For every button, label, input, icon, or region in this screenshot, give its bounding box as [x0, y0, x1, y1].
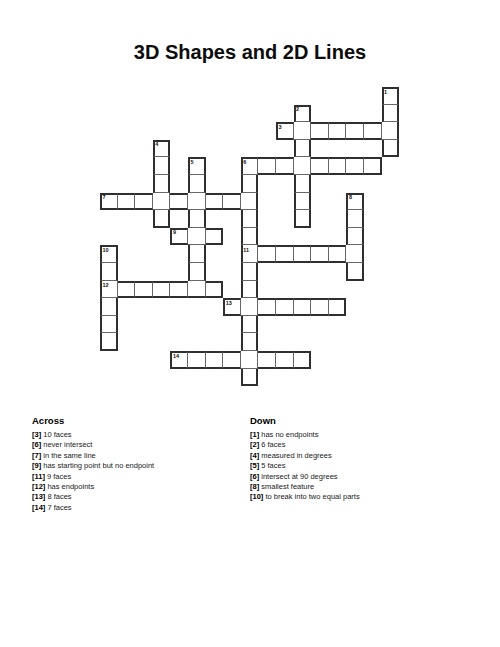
grid-cell-8-14[interactable]: [346, 228, 364, 246]
grid-cell-16-8[interactable]: [241, 369, 259, 387]
across-clues-section: Across [3] 10 faces[6] never intersect[7…: [32, 415, 242, 513]
grid-cell-9-0[interactable]: [100, 245, 118, 263]
grid-cell-12-7[interactable]: [223, 298, 241, 316]
grid-cell-11-0[interactable]: [100, 281, 118, 299]
grid-cell-3-11[interactable]: [294, 140, 312, 158]
grid-cell-11-8[interactable]: [241, 281, 259, 299]
down-clue-10: [10] to break into two equal parts: [250, 492, 480, 502]
across-clue-list: [3] 10 faces[6] never intersect[7] in th…: [32, 430, 242, 513]
down-clue-6: [6] intersect at 90 degrees: [250, 472, 480, 482]
across-clue-3: [3] 10 faces: [32, 430, 242, 440]
grid-cell-12-13[interactable]: [329, 298, 347, 316]
grid-cell-2-11[interactable]: [294, 122, 312, 140]
grid-cell-12-10[interactable]: [276, 298, 294, 316]
grid-cell-13-0[interactable]: [100, 316, 118, 334]
across-clue-12: [12] has endpoints: [32, 482, 242, 492]
grid-cell-4-3[interactable]: [153, 157, 171, 175]
page-title: 3D Shapes and 2D Lines: [0, 41, 500, 64]
grid-cell-15-9[interactable]: [258, 351, 276, 369]
across-clue-13: [13] 8 faces: [32, 492, 242, 502]
grid-cell-2-15[interactable]: [364, 122, 382, 140]
grid-cell-4-5[interactable]: [188, 157, 206, 175]
grid-cell-6-1[interactable]: [118, 193, 136, 211]
grid-cell-6-6[interactable]: [206, 193, 224, 211]
grid-cell-8-5[interactable]: [188, 228, 206, 246]
grid-cell-10-5[interactable]: [188, 263, 206, 281]
grid-cell-14-0[interactable]: [100, 333, 118, 351]
grid-cell-8-8[interactable]: [241, 228, 259, 246]
grid-cell-6-14[interactable]: [346, 193, 364, 211]
grid-cell-7-8[interactable]: [241, 210, 259, 228]
grid-cell-9-8[interactable]: [241, 245, 259, 263]
grid-cell-8-6[interactable]: [206, 228, 224, 246]
down-clue-1: [1] has no endpoints: [250, 430, 480, 440]
grid-cell-4-12[interactable]: [311, 157, 329, 175]
grid-cell-9-10[interactable]: [276, 245, 294, 263]
grid-cell-1-11[interactable]: [294, 105, 312, 123]
grid-cell-11-1[interactable]: [118, 281, 136, 299]
grid-cell-15-6[interactable]: [206, 351, 224, 369]
grid-cell-5-5[interactable]: [188, 175, 206, 193]
across-clue-7: [7] in the same line: [32, 451, 242, 461]
across-clue-9: [9] has starting point but no endpoint: [32, 461, 242, 471]
across-clue-6: [6] never intersect: [32, 440, 242, 450]
grid-cell-15-8[interactable]: [241, 351, 259, 369]
grid-cell-2-13[interactable]: [329, 122, 347, 140]
down-clue-4: [4] measured in degrees: [250, 451, 480, 461]
grid-cell-6-11[interactable]: [294, 193, 312, 211]
grid-cell-6-2[interactable]: [135, 193, 153, 211]
grid-cell-9-5[interactable]: [188, 245, 206, 263]
grid-cell-0-16[interactable]: [382, 87, 400, 105]
grid-cell-12-11[interactable]: [294, 298, 312, 316]
grid-cell-4-15[interactable]: [364, 157, 382, 175]
grid-cell-5-11[interactable]: [294, 175, 312, 193]
grid-cell-15-4[interactable]: [170, 351, 188, 369]
grid-cell-8-4[interactable]: [170, 228, 188, 246]
grid-cell-12-0[interactable]: [100, 298, 118, 316]
down-clue-8: [8] smallest feature: [250, 482, 480, 492]
grid-cell-10-14[interactable]: [346, 263, 364, 281]
grid-cell-6-4[interactable]: [170, 193, 188, 211]
grid-cell-2-14[interactable]: [346, 122, 364, 140]
grid-cell-15-7[interactable]: [223, 351, 241, 369]
across-clue-14: [14] 7 faces: [32, 503, 242, 513]
grid-cell-14-8[interactable]: [241, 333, 259, 351]
grid-cell-9-11[interactable]: [294, 245, 312, 263]
down-header: Down: [250, 415, 480, 426]
grid-cell-15-10[interactable]: [276, 351, 294, 369]
crossword-grid: 1234567891011121314: [100, 87, 400, 387]
grid-cell-6-7[interactable]: [223, 193, 241, 211]
grid-cell-9-13[interactable]: [329, 245, 347, 263]
grid-cell-3-16[interactable]: [382, 140, 400, 158]
grid-cell-10-0[interactable]: [100, 263, 118, 281]
down-clues-section: Down [1] has no endpoints[2] 6 faces[4] …: [250, 415, 480, 503]
grid-cell-11-2[interactable]: [135, 281, 153, 299]
grid-cell-9-12[interactable]: [311, 245, 329, 263]
grid-cell-11-6[interactable]: [206, 281, 224, 299]
grid-cell-6-0[interactable]: [100, 193, 118, 211]
across-clue-11: [11] 9 faces: [32, 472, 242, 482]
down-clue-2: [2] 6 faces: [250, 440, 480, 450]
grid-cell-4-9[interactable]: [258, 157, 276, 175]
grid-cell-11-3[interactable]: [153, 281, 171, 299]
grid-cell-5-3[interactable]: [153, 175, 171, 193]
grid-cell-2-16[interactable]: [382, 122, 400, 140]
grid-cell-12-8[interactable]: [241, 298, 259, 316]
grid-cell-10-8[interactable]: [241, 263, 259, 281]
grid-cell-6-5[interactable]: [188, 193, 206, 211]
grid-cell-7-5[interactable]: [188, 210, 206, 228]
grid-cell-4-13[interactable]: [329, 157, 347, 175]
grid-cell-7-11[interactable]: [294, 210, 312, 228]
grid-cell-11-5[interactable]: [188, 281, 206, 299]
grid-cell-4-14[interactable]: [346, 157, 364, 175]
down-clue-5: [5] 5 faces: [250, 461, 480, 471]
down-clue-list: [1] has no endpoints[2] 6 faces[4] measu…: [250, 430, 480, 503]
grid-cell-2-10[interactable]: [276, 122, 294, 140]
grid-cell-9-9[interactable]: [258, 245, 276, 263]
grid-cell-5-8[interactable]: [241, 175, 259, 193]
grid-cell-11-4[interactable]: [170, 281, 188, 299]
grid-cell-6-8[interactable]: [241, 193, 259, 211]
grid-cell-9-14[interactable]: [346, 245, 364, 263]
grid-cell-7-14[interactable]: [346, 210, 364, 228]
grid-cell-7-3[interactable]: [153, 210, 171, 228]
grid-cell-13-8[interactable]: [241, 316, 259, 334]
grid-cell-15-5[interactable]: [188, 351, 206, 369]
grid-cell-4-10[interactable]: [276, 157, 294, 175]
grid-cell-1-16[interactable]: [382, 105, 400, 123]
across-header: Across: [32, 415, 242, 426]
grid-cell-4-11[interactable]: [294, 157, 312, 175]
grid-cell-15-11[interactable]: [294, 351, 312, 369]
grid-cell-2-12[interactable]: [311, 122, 329, 140]
grid-cell-4-8[interactable]: [241, 157, 259, 175]
grid-cell-12-9[interactable]: [258, 298, 276, 316]
grid-cell-6-3[interactable]: [153, 193, 171, 211]
grid-cell-3-3[interactable]: [153, 140, 171, 158]
grid-cell-12-12[interactable]: [311, 298, 329, 316]
